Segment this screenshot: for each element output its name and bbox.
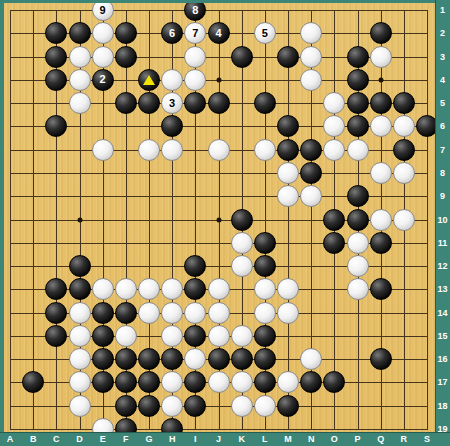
black-stone [138, 395, 160, 417]
black-stone [370, 348, 392, 370]
row-label: 12 [436, 261, 449, 271]
white-stone [277, 302, 299, 324]
black-stone [323, 371, 345, 393]
black-stone [231, 46, 253, 68]
white-stone [92, 22, 114, 44]
row-label: 17 [436, 377, 449, 387]
row-label: 11 [436, 238, 449, 248]
black-stone [254, 348, 276, 370]
black-stone [393, 139, 415, 161]
row-label: 8 [436, 168, 449, 178]
black-stone [254, 92, 276, 114]
move-number: 2 [100, 74, 106, 85]
white-stone: 9 [92, 0, 114, 21]
black-stone [254, 232, 276, 254]
black-stone [208, 348, 230, 370]
column-label: S [421, 433, 433, 446]
black-stone [347, 209, 369, 231]
column-label: J [213, 433, 225, 446]
white-stone [323, 115, 345, 137]
white-stone [69, 302, 91, 324]
white-stone [161, 325, 183, 347]
black-stone [184, 255, 206, 277]
black-stone [138, 348, 160, 370]
white-stone [208, 278, 230, 300]
white-stone [300, 22, 322, 44]
white-stone [393, 115, 415, 137]
white-stone [231, 371, 253, 393]
black-stone [347, 46, 369, 68]
black-stone: 4 [208, 22, 230, 44]
white-stone [184, 348, 206, 370]
white-stone [277, 371, 299, 393]
move-number: 5 [262, 28, 268, 39]
black-stone [184, 395, 206, 417]
board-left-edge [0, 0, 4, 446]
row-label: 6 [436, 121, 449, 131]
black-stone [115, 92, 137, 114]
black-stone [45, 302, 67, 324]
white-stone [347, 139, 369, 161]
grid-vline [10, 10, 11, 430]
column-label: L [259, 433, 271, 446]
black-stone [69, 278, 91, 300]
black-stone [115, 46, 137, 68]
black-stone [277, 395, 299, 417]
move-number: 3 [169, 98, 175, 109]
white-stone [184, 302, 206, 324]
white-stone [347, 255, 369, 277]
black-stone [45, 69, 67, 91]
white-stone [370, 162, 392, 184]
column-label: D [74, 433, 86, 446]
white-stone [347, 232, 369, 254]
black-stone [300, 139, 322, 161]
black-stone [347, 69, 369, 91]
white-stone [69, 348, 91, 370]
column-label: K [236, 433, 248, 446]
white-stone: 7 [184, 22, 206, 44]
star-point [216, 217, 221, 222]
row-label: 9 [436, 191, 449, 201]
black-stone [323, 232, 345, 254]
white-stone [323, 92, 345, 114]
black-stone [231, 348, 253, 370]
black-stone [184, 371, 206, 393]
black-stone [92, 325, 114, 347]
white-stone [161, 278, 183, 300]
black-stone [370, 278, 392, 300]
row-label: 3 [436, 52, 449, 62]
white-stone [254, 139, 276, 161]
move-number: 6 [169, 28, 175, 39]
white-stone [208, 139, 230, 161]
black-stone: 6 [161, 22, 183, 44]
column-label: I [189, 433, 201, 446]
white-stone [69, 371, 91, 393]
column-labels-strip: ABCDEFGHIJKLMNOPQRS [0, 432, 450, 446]
column-label: Q [375, 433, 387, 446]
white-stone [115, 325, 137, 347]
black-stone [208, 92, 230, 114]
black-stone [138, 69, 160, 91]
black-stone [277, 46, 299, 68]
black-stone [254, 325, 276, 347]
white-stone [184, 46, 206, 68]
row-label: 16 [436, 354, 449, 364]
white-stone [370, 209, 392, 231]
column-label: M [282, 433, 294, 446]
star-point [378, 77, 383, 82]
black-stone [92, 348, 114, 370]
white-stone [208, 371, 230, 393]
white-stone [393, 209, 415, 231]
column-label: O [328, 433, 340, 446]
white-stone [69, 92, 91, 114]
white-stone [370, 115, 392, 137]
column-label: C [50, 433, 62, 446]
black-stone [115, 348, 137, 370]
white-stone [300, 348, 322, 370]
white-stone: 5 [254, 22, 276, 44]
row-label: 5 [436, 98, 449, 108]
column-label: A [4, 433, 16, 446]
white-stone [161, 302, 183, 324]
black-stone [22, 371, 44, 393]
white-stone [231, 255, 253, 277]
white-stone [69, 395, 91, 417]
column-label: G [143, 433, 155, 446]
row-label: 7 [436, 145, 449, 155]
white-stone [300, 69, 322, 91]
white-stone [69, 325, 91, 347]
column-label: E [97, 433, 109, 446]
black-stone [370, 22, 392, 44]
black-stone [45, 46, 67, 68]
go-board: 98674523 [0, 0, 450, 446]
move-number: 7 [192, 28, 198, 39]
row-label: 14 [436, 308, 449, 318]
white-stone [254, 278, 276, 300]
white-stone [69, 46, 91, 68]
white-stone [323, 139, 345, 161]
row-label: 2 [436, 28, 449, 38]
white-stone [92, 139, 114, 161]
black-stone [161, 115, 183, 137]
white-stone [231, 395, 253, 417]
grid-vline [427, 10, 428, 430]
black-stone [161, 348, 183, 370]
black-stone [300, 371, 322, 393]
white-stone [92, 46, 114, 68]
white-stone [300, 46, 322, 68]
column-label: F [120, 433, 132, 446]
white-stone [370, 46, 392, 68]
row-label: 13 [436, 284, 449, 294]
black-stone [69, 22, 91, 44]
row-labels-strip: 12345678910111213141516171819 [435, 0, 450, 446]
white-stone [231, 325, 253, 347]
white-stone [208, 302, 230, 324]
white-stone [393, 162, 415, 184]
white-stone [138, 278, 160, 300]
white-stone [161, 371, 183, 393]
column-label: H [166, 433, 178, 446]
black-stone [370, 92, 392, 114]
white-stone [161, 395, 183, 417]
black-stone [393, 92, 415, 114]
row-label: 4 [436, 75, 449, 85]
white-stone [277, 185, 299, 207]
black-stone [138, 92, 160, 114]
black-stone [92, 302, 114, 324]
black-stone [347, 185, 369, 207]
column-label: N [305, 433, 317, 446]
white-stone [115, 278, 137, 300]
black-stone: 8 [184, 0, 206, 21]
black-stone [45, 278, 67, 300]
black-stone [231, 209, 253, 231]
black-stone [277, 139, 299, 161]
star-point [216, 77, 221, 82]
black-stone [184, 325, 206, 347]
row-label: 15 [436, 331, 449, 341]
black-stone [254, 255, 276, 277]
column-label: P [352, 433, 364, 446]
black-stone [45, 115, 67, 137]
white-stone [277, 162, 299, 184]
black-stone [323, 209, 345, 231]
move-number: 4 [215, 28, 221, 39]
white-stone [138, 302, 160, 324]
row-label: 1 [436, 5, 449, 15]
white-stone [254, 302, 276, 324]
triangle-marker-icon [143, 75, 155, 85]
black-stone [45, 325, 67, 347]
go-board-diagram: 98674523 12345678910111213141516171819 A… [0, 0, 450, 446]
black-stone [115, 302, 137, 324]
black-stone [184, 92, 206, 114]
column-label: B [27, 433, 39, 446]
black-stone [45, 22, 67, 44]
white-stone [69, 69, 91, 91]
white-stone [277, 278, 299, 300]
black-stone [115, 22, 137, 44]
black-stone [138, 371, 160, 393]
black-stone [347, 92, 369, 114]
white-stone [184, 69, 206, 91]
white-stone [347, 278, 369, 300]
black-stone [347, 115, 369, 137]
white-stone [92, 278, 114, 300]
black-stone [300, 162, 322, 184]
column-label: R [398, 433, 410, 446]
grid-vline [288, 10, 289, 430]
board-top-edge [0, 0, 450, 3]
move-number: 8 [192, 5, 198, 16]
white-stone [161, 69, 183, 91]
black-stone [370, 232, 392, 254]
white-stone [300, 185, 322, 207]
black-stone [184, 278, 206, 300]
black-stone [92, 371, 114, 393]
row-label: 18 [436, 401, 449, 411]
white-stone [161, 139, 183, 161]
black-stone [115, 395, 137, 417]
white-stone [208, 325, 230, 347]
white-stone [138, 139, 160, 161]
black-stone [115, 371, 137, 393]
black-stone: 2 [92, 69, 114, 91]
grid-vline [33, 10, 34, 430]
black-stone [69, 255, 91, 277]
star-point [77, 217, 82, 222]
row-label: 10 [436, 215, 449, 225]
move-number: 9 [100, 5, 106, 16]
black-stone [277, 115, 299, 137]
white-stone [254, 395, 276, 417]
black-stone [254, 371, 276, 393]
white-stone [231, 232, 253, 254]
white-stone: 3 [161, 92, 183, 114]
